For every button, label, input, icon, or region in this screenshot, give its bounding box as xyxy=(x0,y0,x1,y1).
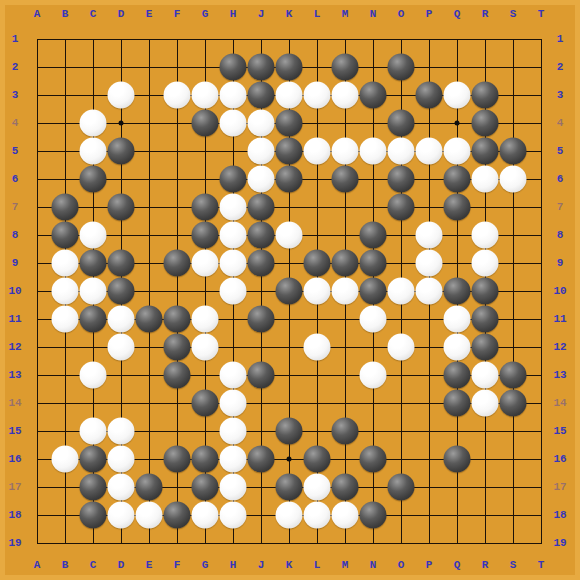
coord-label-col-H-bottom: H xyxy=(230,560,237,571)
stone-white-L18 xyxy=(304,502,331,529)
stone-white-B9 xyxy=(52,250,79,277)
stone-white-K3 xyxy=(276,82,303,109)
stone-black-J3 xyxy=(248,82,275,109)
stone-white-K8 xyxy=(276,222,303,249)
stone-black-D7 xyxy=(108,194,135,221)
coord-label-row-16-right: 16 xyxy=(553,454,566,465)
stone-black-G16 xyxy=(192,446,219,473)
stone-black-M2 xyxy=(332,54,359,81)
stone-black-P3 xyxy=(416,82,443,109)
stone-black-K15 xyxy=(276,418,303,445)
stone-white-L3 xyxy=(304,82,331,109)
stone-black-L16 xyxy=(304,446,331,473)
stone-black-N8 xyxy=(360,222,387,249)
coord-label-col-B-top: B xyxy=(62,9,69,20)
stone-white-Q12 xyxy=(444,334,471,361)
stone-white-H16 xyxy=(220,446,247,473)
stone-white-M18 xyxy=(332,502,359,529)
stone-black-R4 xyxy=(472,110,499,137)
coord-label-col-F-bottom: F xyxy=(174,560,181,571)
stone-black-E17 xyxy=(136,474,163,501)
stone-white-C8 xyxy=(80,222,107,249)
stone-white-G3 xyxy=(192,82,219,109)
coord-label-col-L-top: L xyxy=(314,9,321,20)
stone-black-K17 xyxy=(276,474,303,501)
coord-label-row-5-left: 5 xyxy=(12,146,19,157)
coord-label-row-11-left: 11 xyxy=(8,314,21,325)
coord-label-col-N-bottom: N xyxy=(370,560,377,571)
coord-label-row-3-left: 3 xyxy=(12,90,19,101)
stone-black-Q14 xyxy=(444,390,471,417)
stone-black-M17 xyxy=(332,474,359,501)
coord-label-row-8-right: 8 xyxy=(557,230,564,241)
stone-black-H6 xyxy=(220,166,247,193)
coord-label-col-A-top: A xyxy=(34,9,41,20)
star-point-D4 xyxy=(119,121,124,126)
stone-black-N9 xyxy=(360,250,387,277)
stone-white-J6 xyxy=(248,166,275,193)
stone-black-J8 xyxy=(248,222,275,249)
coord-label-row-15-left: 15 xyxy=(8,426,21,437)
stone-black-D10 xyxy=(108,278,135,305)
stone-white-H10 xyxy=(220,278,247,305)
stone-white-H17 xyxy=(220,474,247,501)
coord-label-col-D-top: D xyxy=(118,9,125,20)
coord-label-col-J-top: J xyxy=(258,9,265,20)
coord-label-col-J-bottom: J xyxy=(258,560,265,571)
stone-white-C10 xyxy=(80,278,107,305)
stone-black-N18 xyxy=(360,502,387,529)
stone-white-S6 xyxy=(500,166,527,193)
coord-label-row-14-right: 14 xyxy=(553,398,566,409)
stone-black-Q13 xyxy=(444,362,471,389)
stone-black-J2 xyxy=(248,54,275,81)
stone-black-H2 xyxy=(220,54,247,81)
stone-black-G17 xyxy=(192,474,219,501)
coord-label-row-7-right: 7 xyxy=(557,202,564,213)
stone-white-K18 xyxy=(276,502,303,529)
stone-white-C15 xyxy=(80,418,107,445)
stone-black-F18 xyxy=(164,502,191,529)
stone-white-B10 xyxy=(52,278,79,305)
stone-black-F13 xyxy=(164,362,191,389)
stone-black-M6 xyxy=(332,166,359,193)
stone-white-H9 xyxy=(220,250,247,277)
coord-label-row-19-right: 19 xyxy=(553,538,566,549)
coord-label-row-13-right: 13 xyxy=(553,370,566,381)
coord-label-col-C-top: C xyxy=(90,9,97,20)
coord-label-col-L-bottom: L xyxy=(314,560,321,571)
coord-label-col-E-top: E xyxy=(146,9,153,20)
coord-label-col-T-top: T xyxy=(538,9,545,20)
coord-label-row-3-right: 3 xyxy=(557,90,564,101)
coord-label-row-7-left: 7 xyxy=(12,202,19,213)
stone-black-K5 xyxy=(276,138,303,165)
coord-label-row-5-right: 5 xyxy=(557,146,564,157)
stone-black-B8 xyxy=(52,222,79,249)
stone-black-F11 xyxy=(164,306,191,333)
stone-white-N11 xyxy=(360,306,387,333)
stone-white-H15 xyxy=(220,418,247,445)
stone-black-D9 xyxy=(108,250,135,277)
coord-label-col-O-top: O xyxy=(398,9,405,20)
stone-black-O6 xyxy=(388,166,415,193)
grid-line-vertical xyxy=(37,39,38,544)
stone-white-O5 xyxy=(388,138,415,165)
coord-label-col-A-bottom: A xyxy=(34,560,41,571)
coord-label-col-D-bottom: D xyxy=(118,560,125,571)
stone-black-L9 xyxy=(304,250,331,277)
stone-black-M9 xyxy=(332,250,359,277)
stone-white-E18 xyxy=(136,502,163,529)
stone-white-M10 xyxy=(332,278,359,305)
stone-white-L10 xyxy=(304,278,331,305)
stone-black-F12 xyxy=(164,334,191,361)
stone-white-C13 xyxy=(80,362,107,389)
coord-label-col-Q-bottom: Q xyxy=(454,560,461,571)
stone-black-K10 xyxy=(276,278,303,305)
stone-black-G14 xyxy=(192,390,219,417)
coord-label-col-F-top: F xyxy=(174,9,181,20)
coord-label-row-19-left: 19 xyxy=(8,538,21,549)
stone-black-N10 xyxy=(360,278,387,305)
coord-label-col-P-top: P xyxy=(426,9,433,20)
stone-black-N3 xyxy=(360,82,387,109)
stone-white-D16 xyxy=(108,446,135,473)
stone-white-L5 xyxy=(304,138,331,165)
stone-white-J5 xyxy=(248,138,275,165)
stone-white-G12 xyxy=(192,334,219,361)
stone-white-C4 xyxy=(80,110,107,137)
stone-black-J9 xyxy=(248,250,275,277)
stone-white-G18 xyxy=(192,502,219,529)
coord-label-row-17-right: 17 xyxy=(553,482,566,493)
stone-black-D5 xyxy=(108,138,135,165)
stone-black-C16 xyxy=(80,446,107,473)
stone-black-R11 xyxy=(472,306,499,333)
coord-label-row-12-right: 12 xyxy=(553,342,566,353)
stone-white-P5 xyxy=(416,138,443,165)
stone-white-H3 xyxy=(220,82,247,109)
stone-white-C5 xyxy=(80,138,107,165)
coord-label-row-11-right: 11 xyxy=(553,314,566,325)
stone-black-B7 xyxy=(52,194,79,221)
coord-label-col-G-bottom: G xyxy=(202,560,209,571)
coord-label-col-B-bottom: B xyxy=(62,560,69,571)
stone-black-G7 xyxy=(192,194,219,221)
stone-white-H8 xyxy=(220,222,247,249)
stone-black-N16 xyxy=(360,446,387,473)
coord-label-col-O-bottom: O xyxy=(398,560,405,571)
stone-white-D18 xyxy=(108,502,135,529)
coord-label-col-S-top: S xyxy=(510,9,517,20)
coord-label-row-9-right: 9 xyxy=(557,258,564,269)
stone-black-J13 xyxy=(248,362,275,389)
coord-label-row-1-right: 1 xyxy=(557,34,564,45)
stone-black-R3 xyxy=(472,82,499,109)
stone-white-H7 xyxy=(220,194,247,221)
stone-black-Q10 xyxy=(444,278,471,305)
stone-white-O12 xyxy=(388,334,415,361)
stone-black-C11 xyxy=(80,306,107,333)
stone-white-D12 xyxy=(108,334,135,361)
star-point-Q4 xyxy=(455,121,460,126)
stone-white-D15 xyxy=(108,418,135,445)
stone-white-D17 xyxy=(108,474,135,501)
coord-label-row-10-right: 10 xyxy=(553,286,566,297)
stone-black-O4 xyxy=(388,110,415,137)
coord-label-row-16-left: 16 xyxy=(8,454,21,465)
stone-black-F16 xyxy=(164,446,191,473)
coord-label-col-S-bottom: S xyxy=(510,560,517,571)
stone-white-R8 xyxy=(472,222,499,249)
coord-label-row-14-left: 14 xyxy=(8,398,21,409)
stone-black-K4 xyxy=(276,110,303,137)
stone-white-O10 xyxy=(388,278,415,305)
star-point-K16 xyxy=(287,457,292,462)
coord-label-col-K-bottom: K xyxy=(286,560,293,571)
stone-white-B11 xyxy=(52,306,79,333)
stone-white-G9 xyxy=(192,250,219,277)
coord-label-row-4-right: 4 xyxy=(557,118,564,129)
stone-black-Q16 xyxy=(444,446,471,473)
stone-black-J7 xyxy=(248,194,275,221)
coord-label-col-M-bottom: M xyxy=(342,560,349,571)
stone-black-C17 xyxy=(80,474,107,501)
stone-black-S5 xyxy=(500,138,527,165)
stone-black-M15 xyxy=(332,418,359,445)
stone-black-G4 xyxy=(192,110,219,137)
stone-black-S14 xyxy=(500,390,527,417)
stone-white-H18 xyxy=(220,502,247,529)
grid-line-vertical xyxy=(149,39,150,544)
stone-black-R10 xyxy=(472,278,499,305)
stone-black-Q6 xyxy=(444,166,471,193)
coord-label-row-6-left: 6 xyxy=(12,174,19,185)
stone-white-L12 xyxy=(304,334,331,361)
stone-black-R5 xyxy=(472,138,499,165)
coord-label-col-C-bottom: C xyxy=(90,560,97,571)
coord-label-col-G-top: G xyxy=(202,9,209,20)
coord-label-col-T-bottom: T xyxy=(538,560,545,571)
coord-label-row-17-left: 17 xyxy=(8,482,21,493)
coord-label-col-M-top: M xyxy=(342,9,349,20)
stone-black-S13 xyxy=(500,362,527,389)
coord-label-row-6-right: 6 xyxy=(557,174,564,185)
stone-white-R6 xyxy=(472,166,499,193)
stone-white-M3 xyxy=(332,82,359,109)
coord-label-col-R-top: R xyxy=(482,9,489,20)
stone-white-R9 xyxy=(472,250,499,277)
coord-label-row-1-left: 1 xyxy=(12,34,19,45)
coord-label-row-2-left: 2 xyxy=(12,62,19,73)
stone-white-J4 xyxy=(248,110,275,137)
stone-white-B16 xyxy=(52,446,79,473)
stone-white-P8 xyxy=(416,222,443,249)
stone-white-H4 xyxy=(220,110,247,137)
stone-white-R14 xyxy=(472,390,499,417)
coord-label-row-13-left: 13 xyxy=(8,370,21,381)
stone-white-Q11 xyxy=(444,306,471,333)
coord-label-col-P-bottom: P xyxy=(426,560,433,571)
coord-label-row-15-right: 15 xyxy=(553,426,566,437)
coord-label-row-9-left: 9 xyxy=(12,258,19,269)
grid-line-vertical xyxy=(541,39,542,544)
coord-label-col-N-top: N xyxy=(370,9,377,20)
stone-black-G8 xyxy=(192,222,219,249)
coord-label-row-10-left: 10 xyxy=(8,286,21,297)
stone-black-K2 xyxy=(276,54,303,81)
stone-white-H14 xyxy=(220,390,247,417)
stone-black-J16 xyxy=(248,446,275,473)
stone-white-L17 xyxy=(304,474,331,501)
stone-black-E11 xyxy=(136,306,163,333)
coord-label-row-4-left: 4 xyxy=(12,118,19,129)
stone-black-O7 xyxy=(388,194,415,221)
stone-black-C9 xyxy=(80,250,107,277)
stone-white-Q3 xyxy=(444,82,471,109)
stone-black-Q7 xyxy=(444,194,471,221)
stone-white-D3 xyxy=(108,82,135,109)
stone-white-M5 xyxy=(332,138,359,165)
stone-white-F3 xyxy=(164,82,191,109)
stone-black-J11 xyxy=(248,306,275,333)
stone-white-H13 xyxy=(220,362,247,389)
stone-white-N13 xyxy=(360,362,387,389)
coord-label-row-2-right: 2 xyxy=(557,62,564,73)
coord-label-row-18-right: 18 xyxy=(553,510,566,521)
stone-black-O17 xyxy=(388,474,415,501)
stone-black-C6 xyxy=(80,166,107,193)
coord-label-col-K-top: K xyxy=(286,9,293,20)
coord-label-col-Q-top: Q xyxy=(454,9,461,20)
go-board[interactable]: AABBCCDDEEFFGGHHJJKKLLMMNNOOPPQQRRSSTT11… xyxy=(0,0,580,580)
stone-black-K6 xyxy=(276,166,303,193)
stone-white-P10 xyxy=(416,278,443,305)
stone-black-F9 xyxy=(164,250,191,277)
stone-white-R13 xyxy=(472,362,499,389)
coord-label-col-R-bottom: R xyxy=(482,560,489,571)
coord-label-col-H-top: H xyxy=(230,9,237,20)
stone-white-P9 xyxy=(416,250,443,277)
stone-white-N5 xyxy=(360,138,387,165)
coord-label-row-8-left: 8 xyxy=(12,230,19,241)
stone-black-C18 xyxy=(80,502,107,529)
coord-label-row-18-left: 18 xyxy=(8,510,21,521)
grid-line-vertical xyxy=(513,39,514,544)
stone-black-R12 xyxy=(472,334,499,361)
stone-white-Q5 xyxy=(444,138,471,165)
stone-white-D11 xyxy=(108,306,135,333)
coord-label-row-12-left: 12 xyxy=(8,342,21,353)
coord-label-col-E-bottom: E xyxy=(146,560,153,571)
stone-black-O2 xyxy=(388,54,415,81)
stone-white-G11 xyxy=(192,306,219,333)
